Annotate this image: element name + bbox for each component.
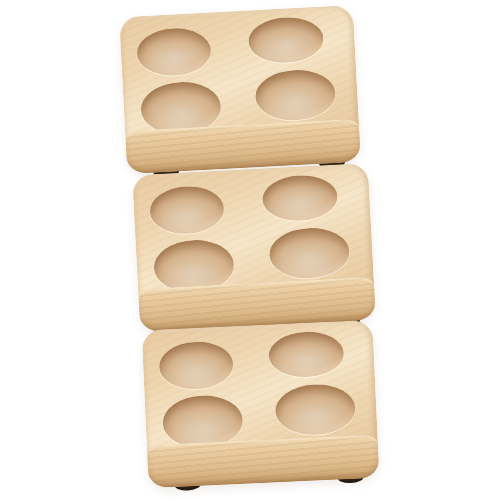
tray-top-surface xyxy=(132,163,376,332)
tray-recess xyxy=(254,68,337,122)
tray-recess xyxy=(261,174,338,223)
tray-recess xyxy=(136,26,212,77)
tray-top-surface xyxy=(142,320,380,488)
tray-recess xyxy=(268,330,345,378)
tray-recess xyxy=(158,340,234,390)
tray-recess xyxy=(247,16,324,65)
product-image-canvas xyxy=(0,0,500,500)
wooden-tray-3 xyxy=(142,320,380,488)
wooden-tray-2 xyxy=(132,163,376,332)
wooden-tray-1 xyxy=(119,5,361,174)
tray-top-surface xyxy=(119,5,361,174)
tray-recess xyxy=(149,185,225,236)
tray-recess xyxy=(268,226,351,280)
tray-recess xyxy=(275,383,357,437)
